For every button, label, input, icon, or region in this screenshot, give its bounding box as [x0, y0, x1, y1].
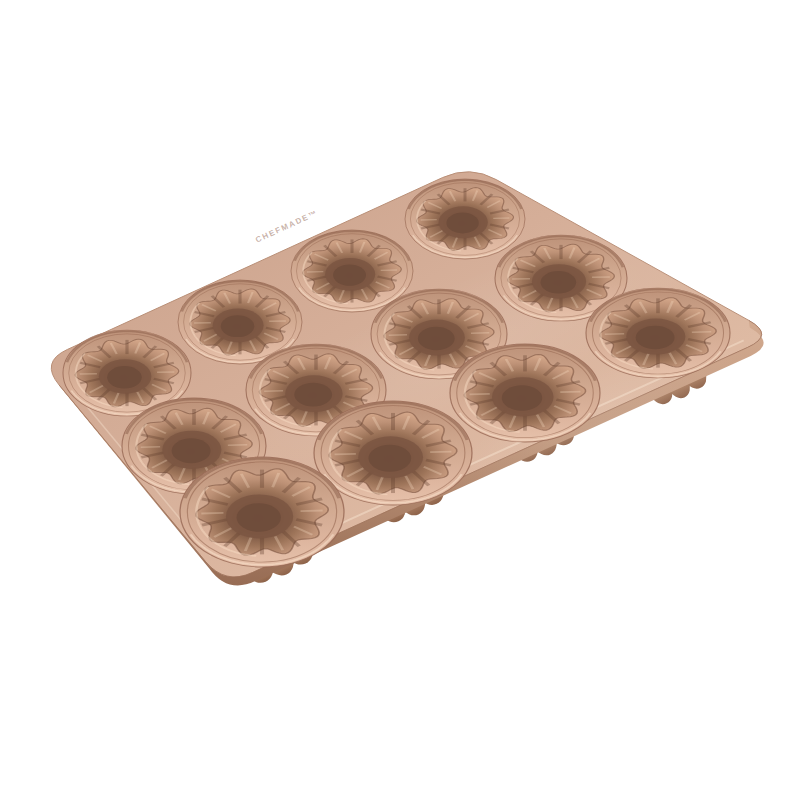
- cavity: [180, 457, 344, 567]
- cavity: [450, 344, 600, 442]
- canele-pan: [0, 0, 800, 800]
- cavity: [405, 179, 525, 259]
- cavity: [586, 288, 730, 378]
- cavity: [314, 401, 472, 505]
- product-photo-canvas: CHEFMADE™: [0, 0, 800, 800]
